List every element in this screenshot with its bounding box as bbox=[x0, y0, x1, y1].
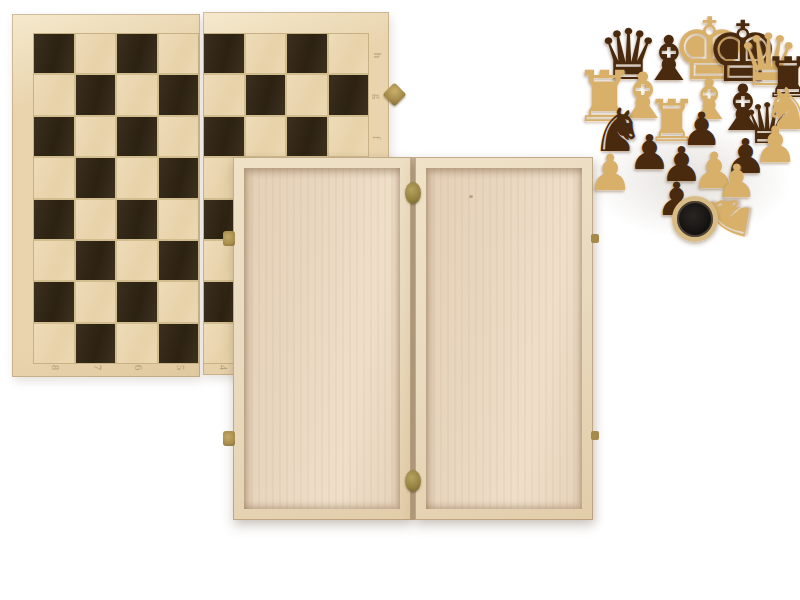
hinge-icon bbox=[405, 182, 421, 204]
board-square-light bbox=[76, 34, 116, 73]
chess-piece-knight-dark: ♞ bbox=[591, 100, 645, 160]
board-square-light bbox=[329, 117, 369, 156]
rank-label: 7 bbox=[92, 365, 103, 371]
board-square-light bbox=[159, 200, 199, 239]
board-square-dark bbox=[34, 282, 74, 321]
board-square-light bbox=[76, 117, 116, 156]
board-field-left bbox=[34, 34, 198, 363]
chess-piece-pawn-light: ♟ bbox=[692, 146, 737, 196]
box-clasp-icon bbox=[591, 431, 599, 440]
chess-piece-knight-light: ♞ bbox=[762, 80, 800, 138]
box-clasp-icon bbox=[223, 231, 235, 246]
box-left-half bbox=[233, 157, 411, 520]
board-square-light bbox=[246, 117, 286, 156]
file-label: h bbox=[372, 53, 383, 59]
board-square-dark bbox=[76, 158, 116, 197]
board-square-light bbox=[204, 75, 244, 114]
chess-piece-knight-light: ♞ bbox=[693, 184, 761, 247]
chess-piece-pawn-dark: ♟ bbox=[660, 140, 703, 188]
board-square-light bbox=[329, 34, 369, 73]
chess-piece-rook-light: ♜ bbox=[573, 62, 636, 132]
chess-piece-pawn-light: ♟ bbox=[588, 148, 633, 198]
chess-piece-rook-dark: ♜ bbox=[763, 50, 800, 106]
board-square-light bbox=[34, 241, 74, 280]
board-square-dark bbox=[34, 117, 74, 156]
chess-piece-pawn-light: ♟ bbox=[716, 158, 757, 204]
board-square-dark bbox=[117, 34, 157, 73]
board-square-light bbox=[117, 75, 157, 114]
board-square-light bbox=[76, 282, 116, 321]
board-square-dark bbox=[76, 241, 116, 280]
board-square-dark bbox=[329, 75, 369, 114]
file-label: f bbox=[371, 136, 382, 140]
board-square-dark bbox=[159, 75, 199, 114]
board-square-light bbox=[246, 34, 286, 73]
board-square-dark bbox=[204, 117, 244, 156]
hinge-icon bbox=[405, 470, 421, 492]
chess-piece-queen-light: ♛ bbox=[736, 24, 800, 96]
box-clasp-icon bbox=[591, 234, 599, 243]
chess-piece-king-dark: ♚ bbox=[705, 10, 780, 94]
chess-piece-bishop-light: ♝ bbox=[684, 72, 734, 128]
chess-piece-pawn-dark: ♟ bbox=[681, 106, 722, 152]
board-square-dark bbox=[287, 34, 327, 73]
chess-piece-pawn-dark: ♟ bbox=[656, 176, 697, 222]
chess-piece-rook-light: ♜ bbox=[646, 92, 698, 150]
chess-piece-bishop-dark: ♝ bbox=[641, 28, 697, 90]
chess-piece-king-light: ♚ bbox=[671, 6, 748, 92]
pile-shadow bbox=[588, 120, 793, 240]
board-square-light bbox=[159, 117, 199, 156]
product-photo: hgf87654 ♛♝♚♚♛♜♜♝♞♜♝♟♝♛♞♟♟♟♟♟♟♟♟♞ bbox=[0, 0, 800, 600]
rank-label: 8 bbox=[50, 365, 61, 371]
box-right-half bbox=[415, 157, 593, 520]
chess-piece-queen-dark: ♛ bbox=[597, 20, 660, 90]
board-square-dark bbox=[159, 158, 199, 197]
board-square-light bbox=[117, 158, 157, 197]
chess-piece-pawn-light: ♟ bbox=[753, 120, 798, 170]
box-left-floor bbox=[244, 168, 400, 509]
board-square-dark bbox=[117, 117, 157, 156]
board-square-dark bbox=[76, 324, 116, 363]
board-square-light bbox=[117, 241, 157, 280]
board-square-light bbox=[159, 34, 199, 73]
board-square-dark bbox=[287, 117, 327, 156]
board-square-dark bbox=[117, 282, 157, 321]
board-square-dark bbox=[246, 75, 286, 114]
board-square-light bbox=[76, 200, 116, 239]
board-square-dark bbox=[117, 200, 157, 239]
wood-knot bbox=[469, 195, 473, 198]
board-square-dark bbox=[34, 200, 74, 239]
board-square-dark bbox=[76, 75, 116, 114]
rank-label: 4 bbox=[218, 365, 229, 371]
file-label: g bbox=[372, 94, 383, 100]
board-square-dark bbox=[159, 324, 199, 363]
chess-piece-pawn-dark: ♟ bbox=[628, 128, 671, 176]
board-square-light bbox=[159, 282, 199, 321]
chess-piece-pawn-dark: ♟ bbox=[724, 132, 767, 180]
board-square-light bbox=[34, 158, 74, 197]
board-left-panel bbox=[12, 14, 200, 377]
chess-piece-bishop-light: ♝ bbox=[614, 64, 671, 128]
chess-piece-bishop-dark: ♝ bbox=[714, 76, 771, 140]
board-square-light bbox=[34, 75, 74, 114]
box-right-floor bbox=[426, 168, 582, 509]
board-square-light bbox=[117, 324, 157, 363]
board-square-dark bbox=[34, 34, 74, 73]
board-square-light bbox=[287, 75, 327, 114]
storage-box-open bbox=[233, 157, 593, 520]
box-clasp-icon bbox=[223, 431, 235, 446]
board-square-dark bbox=[159, 241, 199, 280]
rank-label: 6 bbox=[133, 365, 144, 371]
felt-base-of-fallen-piece bbox=[672, 196, 718, 242]
chess-piece-queen-dark: ♛ bbox=[742, 96, 792, 152]
board-square-dark bbox=[204, 34, 244, 73]
board-square-light bbox=[34, 324, 74, 363]
rank-label: 5 bbox=[175, 365, 186, 371]
